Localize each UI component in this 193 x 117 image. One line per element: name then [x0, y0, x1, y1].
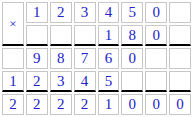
product-row: 2 2 2 2 1 0 0 0 — [2, 94, 191, 115]
partial-product-2-digit-cell: 5 — [98, 71, 120, 92]
product-digit-cell: 2 — [26, 94, 48, 115]
partial-product-1-digit-cell: 8 — [50, 48, 72, 69]
partial-product-2-digit-cell: 4 — [74, 71, 96, 92]
empty-cell — [145, 71, 167, 92]
partial-product-2-row: 1 2 3 4 5 — [2, 71, 191, 92]
product-digit-cell: 0 — [145, 94, 167, 115]
product-digit-cell: 0 — [169, 94, 191, 115]
empty-cell — [121, 71, 143, 92]
product-digit-cell: 2 — [2, 94, 24, 115]
partial-product-1-digit-cell: 7 — [74, 48, 96, 69]
partial-product-2-digit-cell: 1 — [2, 71, 24, 92]
empty-cell — [26, 25, 48, 46]
product-digit-cell: 2 — [50, 94, 72, 115]
empty-cell — [169, 2, 191, 23]
partial-product-2-digit-cell: 3 — [50, 71, 72, 92]
partial-product-1-digit-cell: 0 — [121, 48, 143, 69]
empty-cell — [169, 25, 191, 46]
multiplicand-digit-cell: 2 — [50, 2, 72, 23]
multiplicand-row: × 1 2 3 4 5 0 — [2, 2, 191, 23]
empty-cell — [145, 48, 167, 69]
multiplicand-digit-cell: 3 — [74, 2, 96, 23]
partial-product-2-digit-cell: 2 — [26, 71, 48, 92]
multiplicand-digit-cell: 5 — [121, 2, 143, 23]
multiplier-digit-cell: 8 — [121, 25, 143, 46]
multiplier-row: 1 8 0 — [2, 25, 191, 46]
product-digit-cell: 0 — [121, 94, 143, 115]
empty-cell — [2, 48, 24, 69]
empty-cell — [169, 71, 191, 92]
product-digit-cell: 1 — [98, 94, 120, 115]
partial-product-1-digit-cell: 9 — [26, 48, 48, 69]
product-digit-cell: 2 — [74, 94, 96, 115]
multiplier-digit-cell: 1 — [98, 25, 120, 46]
partial-product-1-row: 9 8 7 6 0 — [2, 48, 191, 69]
empty-cell — [74, 25, 96, 46]
multiplicand-digit-cell: 4 — [98, 2, 120, 23]
empty-cell — [50, 25, 72, 46]
multiply-sign-cell: × — [2, 2, 24, 46]
multiplier-digit-cell: 0 — [145, 25, 167, 46]
long-multiplication-table: × 1 2 3 4 5 0 1 8 0 9 8 7 6 0 — [0, 0, 193, 117]
worksheet: × 1 2 3 4 5 0 1 8 0 9 8 7 6 0 — [0, 0, 193, 117]
partial-product-1-digit-cell: 6 — [98, 48, 120, 69]
multiplicand-digit-cell: 0 — [145, 2, 167, 23]
empty-cell — [169, 48, 191, 69]
multiplicand-digit-cell: 1 — [26, 2, 48, 23]
